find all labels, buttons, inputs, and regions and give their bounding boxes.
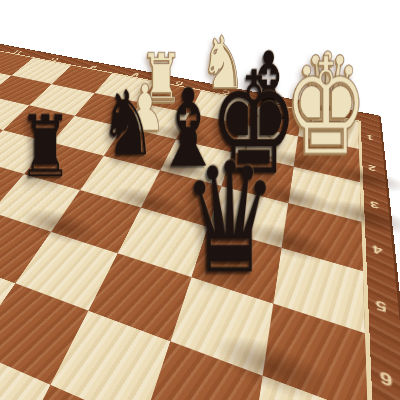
- square-c7: [50, 311, 170, 400]
- square-f1: [52, 65, 112, 93]
- rank-label-5: 5: [369, 295, 393, 318]
- chess-board: ♛♟♜♚♝♞♚♟♟♛♝♜♞ ABCDEFGH12345678: [0, 43, 400, 400]
- chessboard-photo-scene: ♛♟♜♚♝♞♚♟♟♛♝♜♞ ABCDEFGH12345678: [0, 0, 400, 400]
- rank-label-1: 1: [362, 132, 378, 142]
- board-squares: ♛♟♜♚♝♞♚♟♟♛♝♜♞: [0, 51, 377, 400]
- file-label-c: C: [219, 88, 233, 96]
- rank-label-6: 6: [372, 365, 400, 395]
- rank-label-4: 4: [367, 241, 388, 259]
